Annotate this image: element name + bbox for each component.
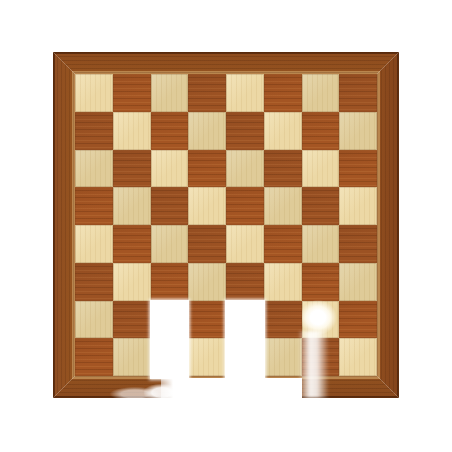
square-b6[interactable] (113, 150, 151, 188)
product-photo-empty-chessboard: { "game": "chess", "subject": "empty woo… (0, 0, 452, 452)
square-a3[interactable] (75, 263, 113, 301)
square-b5[interactable] (113, 187, 151, 225)
square-c5[interactable] (151, 187, 189, 225)
square-f1[interactable] (264, 338, 302, 376)
square-a7[interactable] (75, 112, 113, 150)
square-e5[interactable] (226, 187, 264, 225)
board-frame-top (53, 52, 399, 74)
square-f8[interactable] (264, 74, 302, 112)
square-c8[interactable] (151, 74, 189, 112)
square-a5[interactable] (75, 187, 113, 225)
square-e6[interactable] (226, 150, 264, 188)
square-d6[interactable] (188, 150, 226, 188)
whiteout-c-file (150, 300, 189, 379)
square-d5[interactable] (188, 187, 226, 225)
square-h4[interactable] (339, 225, 377, 263)
square-e7[interactable] (226, 112, 264, 150)
whiteout-bottom-frame (161, 378, 302, 452)
board-frame-right (377, 52, 399, 398)
square-d4[interactable] (188, 225, 226, 263)
square-h3[interactable] (339, 263, 377, 301)
square-h7[interactable] (339, 112, 377, 150)
square-c3[interactable] (151, 263, 189, 301)
square-d8[interactable] (188, 74, 226, 112)
square-g2[interactable] (302, 301, 340, 339)
square-g3[interactable] (302, 263, 340, 301)
board-frame-left (53, 52, 75, 398)
square-h2[interactable] (339, 301, 377, 339)
whiteout-frame-smudge (110, 387, 160, 401)
square-f2[interactable] (264, 301, 302, 339)
square-b3[interactable] (113, 263, 151, 301)
square-c7[interactable] (151, 112, 189, 150)
whiteout-e-file (225, 300, 265, 379)
square-g5[interactable] (302, 187, 340, 225)
square-g1[interactable] (302, 338, 340, 376)
square-b8[interactable] (113, 74, 151, 112)
square-b2[interactable] (113, 301, 151, 339)
square-b7[interactable] (113, 112, 151, 150)
square-g6[interactable] (302, 150, 340, 188)
square-h6[interactable] (339, 150, 377, 188)
square-d7[interactable] (188, 112, 226, 150)
square-f6[interactable] (264, 150, 302, 188)
square-f5[interactable] (264, 187, 302, 225)
square-h5[interactable] (339, 187, 377, 225)
square-a6[interactable] (75, 150, 113, 188)
square-g8[interactable] (302, 74, 340, 112)
square-f4[interactable] (264, 225, 302, 263)
square-c4[interactable] (151, 225, 189, 263)
square-c6[interactable] (151, 150, 189, 188)
square-a8[interactable] (75, 74, 113, 112)
square-e4[interactable] (226, 225, 264, 263)
square-f7[interactable] (264, 112, 302, 150)
square-h1[interactable] (339, 338, 377, 376)
square-e8[interactable] (226, 74, 264, 112)
square-d1[interactable] (188, 338, 226, 376)
square-d2[interactable] (188, 301, 226, 339)
square-a1[interactable] (75, 338, 113, 376)
square-e3[interactable] (226, 263, 264, 301)
square-b1[interactable] (113, 338, 151, 376)
square-b4[interactable] (113, 225, 151, 263)
square-d3[interactable] (188, 263, 226, 301)
square-f3[interactable] (264, 263, 302, 301)
square-h8[interactable] (339, 74, 377, 112)
square-g4[interactable] (302, 225, 340, 263)
square-g7[interactable] (302, 112, 340, 150)
square-a2[interactable] (75, 301, 113, 339)
square-a4[interactable] (75, 225, 113, 263)
